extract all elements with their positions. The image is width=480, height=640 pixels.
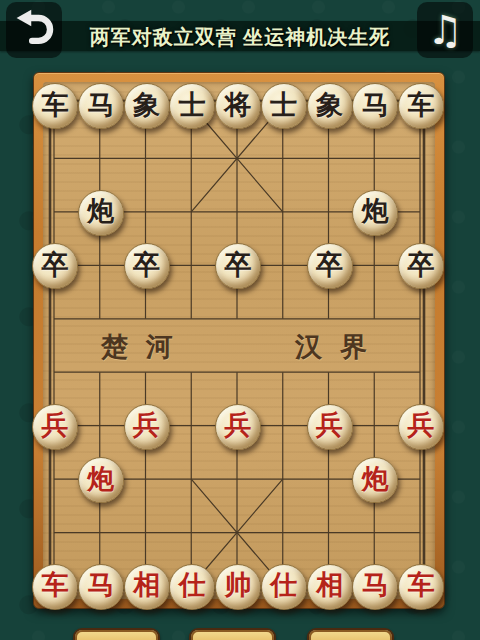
piece-glyph: 仕 (179, 572, 206, 599)
piece-glyph: 车 (408, 572, 435, 599)
piece-glyph: 卒 (133, 252, 160, 279)
piece-glyph: 兵 (316, 412, 343, 439)
board-grid-lines (34, 73, 444, 608)
piece-glyph: 炮 (362, 198, 389, 225)
piece-glyph: 兵 (225, 412, 252, 439)
piece-black-卒[interactable]: 卒 (32, 243, 78, 289)
piece-glyph: 帅 (225, 572, 252, 599)
piece-red-马[interactable]: 马 (352, 564, 398, 610)
piece-glyph: 炮 (362, 466, 389, 493)
piece-black-马[interactable]: 马 (352, 83, 398, 129)
piece-glyph: 相 (133, 572, 160, 599)
piece-black-将[interactable]: 将 (215, 83, 261, 129)
piece-glyph: 象 (133, 92, 160, 119)
piece-black-卒[interactable]: 卒 (124, 243, 170, 289)
piece-red-兵[interactable]: 兵 (398, 404, 444, 450)
xiangqi-board[interactable]: 楚河 汉界 车马象士将士象马车炮炮卒卒卒卒卒兵兵兵兵兵炮炮车马相仕帅仕相马车 (33, 72, 445, 609)
piece-glyph: 象 (316, 92, 343, 119)
piece-glyph: 卒 (408, 252, 435, 279)
chevron-right-icon: › (147, 629, 151, 640)
back-arrow-icon (12, 6, 56, 54)
piece-glyph: 马 (87, 92, 114, 119)
piece-red-兵[interactable]: 兵 (215, 404, 261, 450)
piece-glyph: 炮 (87, 466, 114, 493)
music-button[interactable]: ♫ (417, 2, 473, 58)
piece-red-帅[interactable]: 帅 (215, 564, 261, 610)
piece-glyph: 车 (408, 92, 435, 119)
piece-red-车[interactable]: 车 (398, 564, 444, 610)
piece-black-卒[interactable]: 卒 (215, 243, 261, 289)
piece-red-炮[interactable]: 炮 (78, 457, 124, 503)
piece-glyph: 马 (362, 92, 389, 119)
piece-black-马[interactable]: 马 (78, 83, 124, 129)
piece-glyph: 相 (316, 572, 343, 599)
xiangqi-app-screen: { "game": "xiangqi", "position": "rnbaka… (0, 0, 480, 640)
chevron-right-icon: › (381, 629, 385, 640)
chevron-left-icon: ‹ (316, 629, 320, 640)
piece-black-士[interactable]: 士 (261, 83, 307, 129)
piece-black-炮[interactable]: 炮 (78, 190, 124, 236)
piece-glyph: 兵 (408, 412, 435, 439)
piece-glyph: 卒 (42, 252, 69, 279)
piece-glyph: 将 (225, 92, 252, 119)
piece-glyph: 马 (362, 572, 389, 599)
piece-glyph: 卒 (225, 252, 252, 279)
piece-glyph: 兵 (42, 412, 69, 439)
piece-red-相[interactable]: 相 (307, 564, 353, 610)
piece-red-兵[interactable]: 兵 (32, 404, 78, 450)
piece-glyph: 士 (179, 92, 206, 119)
piece-black-卒[interactable]: 卒 (398, 243, 444, 289)
piece-black-象[interactable]: 象 (307, 83, 353, 129)
piece-red-兵[interactable]: 兵 (307, 404, 353, 450)
page-title: 两军对敌立双营 坐运神机决生死 (0, 23, 480, 51)
piece-red-仕[interactable]: 仕 (169, 564, 215, 610)
piece-black-士[interactable]: 士 (169, 83, 215, 129)
piece-red-相[interactable]: 相 (124, 564, 170, 610)
piece-glyph: 车 (42, 572, 69, 599)
piece-red-车[interactable]: 车 (32, 564, 78, 610)
footer-button-2[interactable]: ‹› (189, 628, 276, 640)
back-button[interactable] (6, 2, 62, 58)
piece-red-兵[interactable]: 兵 (124, 404, 170, 450)
piece-black-象[interactable]: 象 (124, 83, 170, 129)
chevron-left-icon: ‹ (198, 629, 202, 640)
chevron-left-icon: ‹ (82, 629, 86, 640)
chevron-right-icon: › (263, 629, 267, 640)
piece-red-仕[interactable]: 仕 (261, 564, 307, 610)
piece-glyph: 炮 (87, 198, 114, 225)
piece-black-炮[interactable]: 炮 (352, 190, 398, 236)
music-note-icon: ♫ (427, 10, 463, 50)
footer-button-1[interactable]: ‹› (73, 628, 160, 640)
piece-glyph: 兵 (133, 412, 160, 439)
footer-button-3[interactable]: ‹› (307, 628, 394, 640)
piece-black-车[interactable]: 车 (398, 83, 444, 129)
piece-glyph: 卒 (316, 252, 343, 279)
piece-glyph: 车 (42, 92, 69, 119)
piece-red-马[interactable]: 马 (78, 564, 124, 610)
piece-glyph: 马 (87, 572, 114, 599)
piece-black-卒[interactable]: 卒 (307, 243, 353, 289)
piece-glyph: 仕 (270, 572, 297, 599)
piece-glyph: 士 (270, 92, 297, 119)
piece-black-车[interactable]: 车 (32, 83, 78, 129)
